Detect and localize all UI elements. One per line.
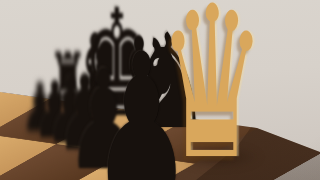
chess-photo-scene: ♟♟♟♟♜♝♚♝♟♞♟♛ [0,0,320,180]
pieces-layer: ♟♟♟♟♜♝♚♝♟♞♟♛ [0,0,320,180]
piece-white-queen: ♛ [158,0,266,180]
